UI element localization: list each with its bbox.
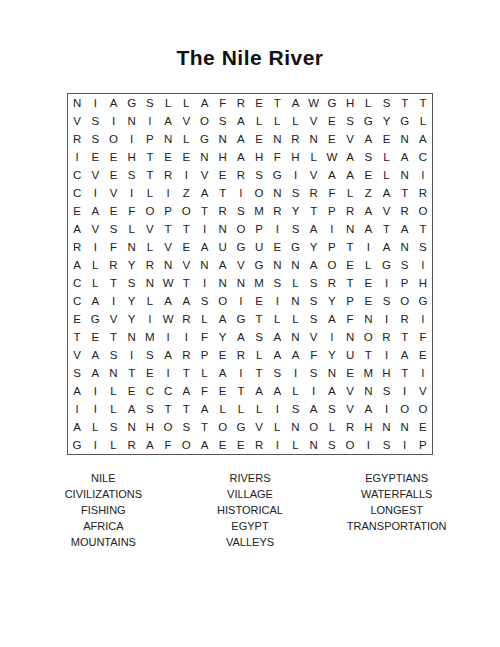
grid-cell[interactable]: V	[104, 310, 122, 328]
grid-cell[interactable]: T	[177, 274, 195, 292]
grid-cell[interactable]: P	[195, 346, 213, 364]
grid-cell[interactable]: E	[250, 292, 268, 310]
grid-cell[interactable]: L	[359, 94, 377, 112]
grid-cell[interactable]: T	[396, 364, 414, 382]
grid-cell[interactable]: T	[250, 310, 268, 328]
grid-cell[interactable]: V	[341, 130, 359, 148]
grid-cell[interactable]: E	[323, 112, 341, 130]
grid-cell[interactable]: I	[141, 310, 159, 328]
grid-cell[interactable]: I	[286, 364, 304, 382]
grid-cell[interactable]: P	[414, 436, 432, 454]
grid-cell[interactable]: S	[286, 400, 304, 418]
grid-cell[interactable]: S	[104, 418, 122, 436]
grid-cell[interactable]: L	[377, 148, 395, 166]
grid-cell[interactable]: G	[286, 238, 304, 256]
grid-cell[interactable]: A	[195, 436, 213, 454]
grid-cell[interactable]: A	[214, 310, 232, 328]
grid-cell[interactable]: E	[323, 130, 341, 148]
grid-cell[interactable]: S	[359, 148, 377, 166]
grid-cell[interactable]: M	[250, 274, 268, 292]
grid-cell[interactable]: I	[268, 220, 286, 238]
grid-cell[interactable]: S	[286, 184, 304, 202]
grid-cell[interactable]: N	[359, 310, 377, 328]
grid-cell[interactable]: A	[305, 256, 323, 274]
grid-cell[interactable]: G	[232, 310, 250, 328]
grid-cell[interactable]: V	[341, 382, 359, 400]
grid-cell[interactable]: S	[305, 364, 323, 382]
grid-cell[interactable]: N	[214, 130, 232, 148]
grid-cell[interactable]: O	[414, 400, 432, 418]
grid-cell[interactable]: A	[86, 202, 104, 220]
grid-cell[interactable]: I	[268, 436, 286, 454]
grid-cell[interactable]: L	[141, 292, 159, 310]
grid-cell[interactable]: T	[414, 94, 432, 112]
grid-cell[interactable]: L	[177, 130, 195, 148]
grid-cell[interactable]: G	[268, 166, 286, 184]
grid-cell[interactable]: V	[377, 202, 395, 220]
grid-cell[interactable]: A	[359, 202, 377, 220]
grid-cell[interactable]: I	[323, 328, 341, 346]
grid-cell[interactable]: A	[396, 148, 414, 166]
grid-cell[interactable]: T	[104, 274, 122, 292]
grid-cell[interactable]: I	[68, 148, 86, 166]
grid-cell[interactable]: O	[250, 184, 268, 202]
grid-cell[interactable]: L	[323, 418, 341, 436]
grid-cell[interactable]: N	[195, 148, 213, 166]
grid-cell[interactable]: F	[104, 238, 122, 256]
grid-cell[interactable]: W	[305, 94, 323, 112]
grid-cell[interactable]: A	[377, 184, 395, 202]
grid-cell[interactable]: S	[323, 436, 341, 454]
grid-cell[interactable]: A	[323, 382, 341, 400]
grid-cell[interactable]: E	[214, 382, 232, 400]
grid-cell[interactable]: Y	[305, 238, 323, 256]
grid-cell[interactable]: L	[414, 112, 432, 130]
grid-cell[interactable]: R	[232, 166, 250, 184]
grid-cell[interactable]: N	[141, 274, 159, 292]
grid-cell[interactable]: N	[268, 184, 286, 202]
grid-cell[interactable]: G	[323, 94, 341, 112]
grid-cell[interactable]: N	[268, 130, 286, 148]
grid-cell[interactable]: A	[232, 328, 250, 346]
grid-cell[interactable]: E	[86, 328, 104, 346]
grid-cell[interactable]: I	[305, 382, 323, 400]
grid-cell[interactable]: E	[214, 346, 232, 364]
grid-cell[interactable]: P	[341, 292, 359, 310]
grid-cell[interactable]: N	[286, 256, 304, 274]
grid-cell[interactable]: A	[68, 418, 86, 436]
grid-cell[interactable]: C	[68, 166, 86, 184]
grid-cell[interactable]: O	[359, 328, 377, 346]
grid-cell[interactable]: C	[159, 382, 177, 400]
grid-cell[interactable]: F	[195, 382, 213, 400]
grid-cell[interactable]: N	[341, 220, 359, 238]
grid-cell[interactable]: H	[250, 148, 268, 166]
grid-cell[interactable]: A	[232, 148, 250, 166]
grid-cell[interactable]: I	[123, 184, 141, 202]
grid-cell[interactable]: C	[68, 274, 86, 292]
grid-cell[interactable]: L	[214, 400, 232, 418]
grid-cell[interactable]: A	[86, 364, 104, 382]
grid-cell[interactable]: A	[323, 166, 341, 184]
grid-cell[interactable]: L	[286, 310, 304, 328]
grid-cell[interactable]: A	[195, 400, 213, 418]
grid-cell[interactable]: I	[104, 112, 122, 130]
grid-cell[interactable]: E	[214, 436, 232, 454]
grid-cell[interactable]: H	[341, 94, 359, 112]
grid-cell[interactable]: A	[68, 220, 86, 238]
grid-cell[interactable]: L	[250, 400, 268, 418]
grid-cell[interactable]: Y	[377, 112, 395, 130]
grid-cell[interactable]: S	[195, 292, 213, 310]
grid-cell[interactable]: R	[141, 256, 159, 274]
grid-cell[interactable]: S	[377, 436, 395, 454]
grid-cell[interactable]: A	[232, 130, 250, 148]
grid-cell[interactable]: I	[86, 436, 104, 454]
grid-cell[interactable]: T	[396, 328, 414, 346]
grid-cell[interactable]: R	[68, 130, 86, 148]
grid-cell[interactable]: G	[232, 418, 250, 436]
grid-cell[interactable]: L	[359, 256, 377, 274]
grid-cell[interactable]: W	[159, 274, 177, 292]
grid-cell[interactable]: N	[396, 166, 414, 184]
grid-cell[interactable]: T	[414, 220, 432, 238]
grid-cell[interactable]: Y	[123, 292, 141, 310]
grid-cell[interactable]: A	[104, 94, 122, 112]
grid-cell[interactable]: G	[86, 310, 104, 328]
grid-cell[interactable]: V	[250, 418, 268, 436]
grid-cell[interactable]: R	[268, 202, 286, 220]
grid-cell[interactable]: I	[195, 220, 213, 238]
grid-cell[interactable]: E	[159, 148, 177, 166]
grid-cell[interactable]: A	[159, 292, 177, 310]
grid-cell[interactable]: A	[268, 382, 286, 400]
grid-cell[interactable]: G	[396, 112, 414, 130]
grid-cell[interactable]: E	[214, 166, 232, 184]
grid-cell[interactable]: H	[214, 148, 232, 166]
grid-cell[interactable]: E	[104, 148, 122, 166]
grid-cell[interactable]: A	[268, 328, 286, 346]
grid-cell[interactable]: A	[250, 382, 268, 400]
grid-cell[interactable]: S	[250, 328, 268, 346]
grid-cell[interactable]: G	[414, 292, 432, 310]
grid-cell[interactable]: L	[250, 346, 268, 364]
grid-cell[interactable]: L	[286, 382, 304, 400]
grid-cell[interactable]: G	[123, 94, 141, 112]
grid-cell[interactable]: T	[159, 220, 177, 238]
grid-cell[interactable]: S	[68, 364, 86, 382]
grid-cell[interactable]: A	[286, 94, 304, 112]
grid-cell[interactable]: T	[141, 166, 159, 184]
grid-cell[interactable]: A	[214, 256, 232, 274]
grid-cell[interactable]: T	[341, 238, 359, 256]
grid-cell[interactable]: E	[141, 364, 159, 382]
grid-cell[interactable]: O	[396, 292, 414, 310]
grid-cell[interactable]: A	[268, 346, 286, 364]
grid-cell[interactable]: L	[341, 184, 359, 202]
grid-cell[interactable]: T	[396, 184, 414, 202]
grid-cell[interactable]: I	[232, 364, 250, 382]
grid-cell[interactable]: N	[214, 274, 232, 292]
grid-cell[interactable]: T	[159, 400, 177, 418]
grid-cell[interactable]: A	[396, 346, 414, 364]
grid-cell[interactable]: S	[104, 346, 122, 364]
grid-cell[interactable]: A	[286, 346, 304, 364]
grid-cell[interactable]: N	[323, 364, 341, 382]
grid-cell[interactable]: V	[341, 400, 359, 418]
grid-cell[interactable]: T	[359, 346, 377, 364]
grid-cell[interactable]: I	[232, 184, 250, 202]
grid-cell[interactable]: I	[195, 274, 213, 292]
grid-cell[interactable]: I	[377, 310, 395, 328]
grid-cell[interactable]: I	[377, 400, 395, 418]
grid-cell[interactable]: R	[232, 94, 250, 112]
grid-cell[interactable]: L	[123, 220, 141, 238]
grid-cell[interactable]: V	[159, 238, 177, 256]
grid-cell[interactable]: F	[341, 310, 359, 328]
grid-cell[interactable]: T	[268, 94, 286, 112]
grid-cell[interactable]: A	[195, 94, 213, 112]
grid-cell[interactable]: S	[268, 364, 286, 382]
grid-cell[interactable]: V	[232, 256, 250, 274]
grid-cell[interactable]: L	[250, 112, 268, 130]
grid-cell[interactable]: R	[177, 310, 195, 328]
grid-cell[interactable]: S	[141, 94, 159, 112]
grid-cell[interactable]: A	[232, 112, 250, 130]
grid-cell[interactable]: L	[268, 112, 286, 130]
grid-cell[interactable]: I	[141, 112, 159, 130]
grid-cell[interactable]: A	[323, 310, 341, 328]
grid-cell[interactable]: S	[305, 292, 323, 310]
grid-cell[interactable]: T	[232, 382, 250, 400]
grid-cell[interactable]: S	[305, 310, 323, 328]
grid-cell[interactable]: P	[396, 274, 414, 292]
grid-cell[interactable]: A	[396, 220, 414, 238]
grid-cell[interactable]: W	[323, 148, 341, 166]
grid-cell[interactable]: P	[323, 238, 341, 256]
grid-cell[interactable]: Z	[177, 184, 195, 202]
grid-cell[interactable]: S	[86, 130, 104, 148]
grid-cell[interactable]: A	[159, 346, 177, 364]
grid-cell[interactable]: F	[214, 94, 232, 112]
grid-cell[interactable]: T	[177, 400, 195, 418]
grid-cell[interactable]: I	[359, 238, 377, 256]
grid-cell[interactable]: N	[123, 418, 141, 436]
grid-cell[interactable]: R	[214, 202, 232, 220]
grid-cell[interactable]: F	[268, 148, 286, 166]
grid-cell[interactable]: A	[359, 130, 377, 148]
grid-cell[interactable]: T	[104, 328, 122, 346]
grid-cell[interactable]: V	[195, 166, 213, 184]
grid-cell[interactable]: R	[286, 130, 304, 148]
grid-cell[interactable]: H	[414, 274, 432, 292]
grid-cell[interactable]: L	[86, 274, 104, 292]
grid-cell[interactable]: S	[104, 220, 122, 238]
grid-cell[interactable]: S	[268, 274, 286, 292]
grid-cell[interactable]: S	[341, 112, 359, 130]
grid-cell[interactable]: S	[250, 166, 268, 184]
grid-cell[interactable]: S	[377, 292, 395, 310]
grid-cell[interactable]: N	[305, 436, 323, 454]
grid-cell[interactable]: I	[414, 310, 432, 328]
grid-cell[interactable]: O	[323, 256, 341, 274]
grid-cell[interactable]: E	[341, 364, 359, 382]
grid-cell[interactable]: O	[104, 130, 122, 148]
grid-cell[interactable]: M	[250, 202, 268, 220]
grid-cell[interactable]: N	[268, 256, 286, 274]
grid-cell[interactable]: L	[104, 436, 122, 454]
grid-cell[interactable]: V	[104, 184, 122, 202]
grid-cell[interactable]: R	[177, 346, 195, 364]
grid-cell[interactable]: R	[341, 418, 359, 436]
grid-cell[interactable]: T	[396, 94, 414, 112]
grid-cell[interactable]: V	[68, 346, 86, 364]
grid-cell[interactable]: Y	[286, 202, 304, 220]
grid-cell[interactable]: A	[123, 400, 141, 418]
grid-cell[interactable]: M	[359, 364, 377, 382]
grid-cell[interactable]: R	[341, 202, 359, 220]
grid-cell[interactable]: S	[414, 238, 432, 256]
grid-cell[interactable]: F	[323, 184, 341, 202]
grid-cell[interactable]: I	[68, 400, 86, 418]
grid-cell[interactable]: V	[305, 328, 323, 346]
grid-cell[interactable]: Y	[123, 310, 141, 328]
grid-cell[interactable]: N	[123, 112, 141, 130]
grid-cell[interactable]: N	[286, 418, 304, 436]
grid-cell[interactable]: F	[195, 328, 213, 346]
grid-cell[interactable]: O	[305, 418, 323, 436]
grid-cell[interactable]: E	[68, 202, 86, 220]
grid-cell[interactable]: E	[177, 238, 195, 256]
grid-cell[interactable]: I	[86, 400, 104, 418]
grid-cell[interactable]: C	[141, 382, 159, 400]
grid-cell[interactable]: N	[286, 328, 304, 346]
grid-cell[interactable]: R	[396, 202, 414, 220]
grid-cell[interactable]: A	[377, 238, 395, 256]
grid-cell[interactable]: I	[123, 346, 141, 364]
grid-cell[interactable]: I	[396, 436, 414, 454]
grid-cell[interactable]: S	[286, 220, 304, 238]
grid-cell[interactable]: V	[86, 166, 104, 184]
grid-cell[interactable]: N	[195, 256, 213, 274]
grid-cell[interactable]: E	[250, 94, 268, 112]
grid-cell[interactable]: R	[68, 238, 86, 256]
grid-cell[interactable]: S	[141, 346, 159, 364]
grid-cell[interactable]: S	[396, 256, 414, 274]
grid-cell[interactable]: O	[341, 436, 359, 454]
grid-cell[interactable]: I	[232, 292, 250, 310]
grid-cell[interactable]: T	[341, 274, 359, 292]
grid-cell[interactable]: V	[86, 220, 104, 238]
grid-cell[interactable]: H	[359, 418, 377, 436]
grid-cell[interactable]: T	[123, 364, 141, 382]
grid-cell[interactable]: A	[359, 220, 377, 238]
grid-cell[interactable]: I	[86, 238, 104, 256]
grid-cell[interactable]: R	[232, 346, 250, 364]
grid-cell[interactable]: E	[86, 148, 104, 166]
grid-cell[interactable]: I	[123, 130, 141, 148]
grid-cell[interactable]: L	[141, 238, 159, 256]
grid-cell[interactable]: S	[177, 418, 195, 436]
grid-cell[interactable]: G	[250, 256, 268, 274]
grid-cell[interactable]: I	[104, 292, 122, 310]
grid-cell[interactable]: T	[68, 328, 86, 346]
grid-cell[interactable]: C	[414, 148, 432, 166]
grid-cell[interactable]: T	[177, 220, 195, 238]
grid-cell[interactable]: R	[305, 184, 323, 202]
grid-cell[interactable]: F	[414, 328, 432, 346]
grid-cell[interactable]: L	[286, 274, 304, 292]
grid-cell[interactable]: L	[268, 418, 286, 436]
grid-cell[interactable]: E	[414, 346, 432, 364]
grid-cell[interactable]: L	[86, 418, 104, 436]
grid-cell[interactable]: S	[323, 400, 341, 418]
grid-cell[interactable]: I	[159, 184, 177, 202]
grid-cell[interactable]: L	[104, 400, 122, 418]
grid-cell[interactable]: I	[377, 346, 395, 364]
grid-cell[interactable]: E	[377, 130, 395, 148]
grid-cell[interactable]: N	[305, 130, 323, 148]
grid-cell[interactable]: U	[341, 346, 359, 364]
grid-cell[interactable]: L	[177, 94, 195, 112]
grid-cell[interactable]: G	[68, 436, 86, 454]
grid-cell[interactable]: E	[341, 256, 359, 274]
grid-cell[interactable]: T	[141, 148, 159, 166]
grid-cell[interactable]: Y	[323, 346, 341, 364]
grid-cell[interactable]: C	[68, 184, 86, 202]
grid-cell[interactable]: V	[68, 112, 86, 130]
grid-cell[interactable]: N	[377, 418, 395, 436]
grid-cell[interactable]: S	[305, 274, 323, 292]
grid-cell[interactable]: N	[159, 256, 177, 274]
grid-cell[interactable]: O	[232, 220, 250, 238]
grid-cell[interactable]: A	[68, 256, 86, 274]
grid-cell[interactable]: V	[305, 112, 323, 130]
grid-cell[interactable]: L	[86, 256, 104, 274]
grid-cell[interactable]: I	[414, 166, 432, 184]
grid-cell[interactable]: T	[305, 202, 323, 220]
grid-cell[interactable]: G	[195, 130, 213, 148]
grid-cell[interactable]: T	[195, 202, 213, 220]
grid-cell[interactable]: S	[141, 400, 159, 418]
grid-cell[interactable]: O	[396, 400, 414, 418]
grid-cell[interactable]: O	[214, 418, 232, 436]
grid-cell[interactable]: I	[414, 364, 432, 382]
grid-cell[interactable]: E	[68, 310, 86, 328]
grid-cell[interactable]: H	[141, 418, 159, 436]
grid-cell[interactable]: R	[104, 256, 122, 274]
grid-cell[interactable]: N	[396, 238, 414, 256]
grid-cell[interactable]: W	[159, 310, 177, 328]
grid-cell[interactable]: P	[250, 220, 268, 238]
grid-cell[interactable]: S	[123, 274, 141, 292]
grid-cell[interactable]: R	[159, 166, 177, 184]
grid-cell[interactable]: U	[250, 238, 268, 256]
grid-cell[interactable]: T	[195, 418, 213, 436]
grid-cell[interactable]: N	[159, 130, 177, 148]
grid-cell[interactable]: O	[195, 112, 213, 130]
grid-cell[interactable]: L	[232, 400, 250, 418]
grid-cell[interactable]: I	[268, 292, 286, 310]
grid-cell[interactable]: A	[141, 436, 159, 454]
grid-cell[interactable]: Z	[359, 184, 377, 202]
grid-cell[interactable]: G	[232, 238, 250, 256]
grid-cell[interactable]: A	[68, 382, 86, 400]
grid-cell[interactable]: A	[341, 166, 359, 184]
grid-cell[interactable]: R	[396, 310, 414, 328]
grid-cell[interactable]: L	[377, 166, 395, 184]
grid-cell[interactable]: I	[159, 364, 177, 382]
